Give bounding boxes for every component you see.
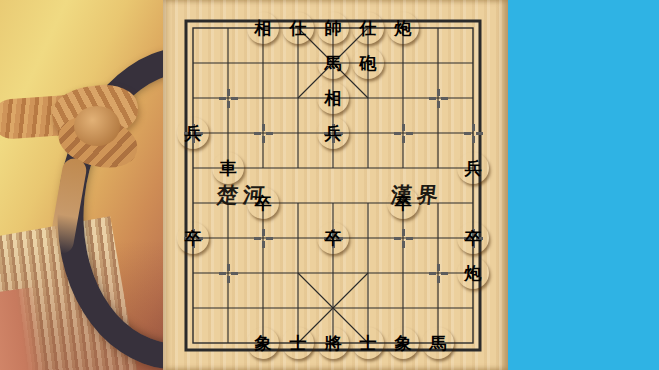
piece-black-pawn[interactable]: 卒 <box>387 187 419 219</box>
point-marker <box>254 229 273 248</box>
piece-red-elephant[interactable]: 相 <box>247 12 279 44</box>
piece-black-elephant[interactable]: 象 <box>387 327 419 359</box>
piece-red-advisor[interactable]: 仕 <box>352 12 384 44</box>
point-marker <box>254 124 273 143</box>
piece-black-elephant[interactable]: 象 <box>247 327 279 359</box>
stream-screenshot: 楚河 漢界 相仕帥仕炮馬砲相兵兵車兵卒卒卒卒卒炮象士將士象馬 晨 风yy 东北 … <box>0 0 659 370</box>
piece-red-horse[interactable]: 馬 <box>317 47 349 79</box>
piece-black-king[interactable]: 將 <box>317 327 349 359</box>
piece-black-pawn[interactable]: 卒 <box>177 222 209 254</box>
piece-black-horse[interactable]: 馬 <box>422 327 454 359</box>
xiangqi-board[interactable]: 楚河 漢界 相仕帥仕炮馬砲相兵兵車兵卒卒卒卒卒炮象士將士象馬 <box>163 0 508 370</box>
point-marker <box>429 89 448 108</box>
piece-black-pawn[interactable]: 卒 <box>247 187 279 219</box>
piece-red-chariot[interactable]: 車 <box>212 152 244 184</box>
piece-red-pawn[interactable]: 兵 <box>317 117 349 149</box>
background-photo-rope-ring <box>0 0 163 370</box>
point-marker <box>429 264 448 283</box>
piece-red-advisor[interactable]: 仕 <box>282 12 314 44</box>
point-marker <box>464 124 483 143</box>
piece-red-cannon[interactable]: 砲 <box>352 47 384 79</box>
point-marker <box>219 89 238 108</box>
piece-red-elephant[interactable]: 相 <box>317 82 349 114</box>
piece-black-advisor[interactable]: 士 <box>282 327 314 359</box>
piece-red-king[interactable]: 帥 <box>317 12 349 44</box>
piece-black-advisor[interactable]: 士 <box>352 327 384 359</box>
piece-black-cannon[interactable]: 炮 <box>387 12 419 44</box>
piece-black-pawn[interactable]: 卒 <box>317 222 349 254</box>
point-marker <box>219 264 238 283</box>
piece-black-cannon[interactable]: 炮 <box>457 257 489 289</box>
piece-red-pawn[interactable]: 兵 <box>457 152 489 184</box>
piece-black-pawn[interactable]: 卒 <box>457 222 489 254</box>
rope-knot <box>74 106 120 146</box>
point-marker <box>394 124 413 143</box>
piece-red-pawn[interactable]: 兵 <box>177 117 209 149</box>
point-marker <box>394 229 413 248</box>
